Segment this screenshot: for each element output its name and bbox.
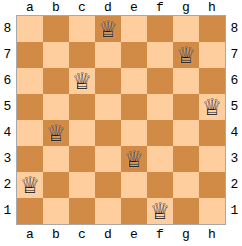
square-c5[interactable] xyxy=(69,94,95,120)
square-f3[interactable] xyxy=(147,146,173,172)
square-c1[interactable] xyxy=(69,198,95,224)
white-queen[interactable]: ♕ xyxy=(72,68,93,94)
square-a5[interactable] xyxy=(17,94,43,120)
square-f5[interactable] xyxy=(147,94,173,120)
square-f8[interactable] xyxy=(147,16,173,42)
white-queen[interactable]: ♕ xyxy=(20,172,41,198)
square-g8[interactable] xyxy=(173,16,199,42)
square-f7[interactable] xyxy=(147,42,173,68)
square-a1[interactable] xyxy=(17,198,43,224)
file-label-top-g: g xyxy=(173,0,199,15)
square-h4[interactable] xyxy=(199,120,225,146)
square-a2[interactable]: ♕ xyxy=(17,172,43,198)
square-f2[interactable] xyxy=(147,172,173,198)
file-label-top-h: h xyxy=(199,0,225,15)
file-label-top-c: c xyxy=(69,0,95,15)
rank-label-left-3: 3 xyxy=(0,146,15,172)
square-h1[interactable] xyxy=(199,198,225,224)
rank-label-left-4: 4 xyxy=(0,120,15,146)
square-b5[interactable] xyxy=(43,94,69,120)
rank-label-right-1: 1 xyxy=(227,198,242,224)
square-e6[interactable] xyxy=(121,68,147,94)
square-e7[interactable] xyxy=(121,42,147,68)
square-h8[interactable] xyxy=(199,16,225,42)
square-d2[interactable] xyxy=(95,172,121,198)
rank-label-right-4: 4 xyxy=(227,120,242,146)
square-f6[interactable] xyxy=(147,68,173,94)
square-c6[interactable]: ♕ xyxy=(69,68,95,94)
square-d5[interactable] xyxy=(95,94,121,120)
square-d4[interactable] xyxy=(95,120,121,146)
rank-label-right-7: 7 xyxy=(227,42,242,68)
file-label-top-a: a xyxy=(17,0,43,15)
square-f4[interactable] xyxy=(147,120,173,146)
square-e4[interactable] xyxy=(121,120,147,146)
white-queen[interactable]: ♕ xyxy=(98,16,119,42)
rank-label-left-1: 1 xyxy=(0,198,15,224)
square-d6[interactable] xyxy=(95,68,121,94)
file-label-top-e: e xyxy=(121,0,147,15)
rank-label-right-6: 6 xyxy=(227,68,242,94)
square-e1[interactable] xyxy=(121,198,147,224)
square-a3[interactable] xyxy=(17,146,43,172)
square-d8[interactable]: ♕ xyxy=(95,16,121,42)
square-c3[interactable] xyxy=(69,146,95,172)
rank-label-left-5: 5 xyxy=(0,94,15,120)
white-queen[interactable]: ♕ xyxy=(202,94,223,120)
rank-label-right-2: 2 xyxy=(227,172,242,198)
square-b1[interactable] xyxy=(43,198,69,224)
rank-label-left-6: 6 xyxy=(0,68,15,94)
file-label-top-b: b xyxy=(43,0,69,15)
rank-label-right-5: 5 xyxy=(227,94,242,120)
chess-board: ♕♕♕♕♕♕♕♕ xyxy=(16,15,226,225)
square-c7[interactable] xyxy=(69,42,95,68)
square-g2[interactable] xyxy=(173,172,199,198)
rank-label-right-3: 3 xyxy=(227,146,242,172)
square-b7[interactable] xyxy=(43,42,69,68)
file-label-bottom-e: e xyxy=(121,225,147,246)
square-b6[interactable] xyxy=(43,68,69,94)
rank-labels-right: 8 7 6 5 4 3 2 1 xyxy=(227,16,242,224)
square-d3[interactable] xyxy=(95,146,121,172)
square-a4[interactable] xyxy=(17,120,43,146)
square-g5[interactable] xyxy=(173,94,199,120)
chess-diagram: a b c d e f g h 8 7 6 5 4 3 2 1 ♕♕♕♕♕♕♕♕… xyxy=(0,0,242,246)
file-label-bottom-b: b xyxy=(43,225,69,246)
square-f1[interactable]: ♕ xyxy=(147,198,173,224)
square-g6[interactable] xyxy=(173,68,199,94)
square-e8[interactable] xyxy=(121,16,147,42)
file-label-bottom-f: f xyxy=(147,225,173,246)
square-b4[interactable]: ♕ xyxy=(43,120,69,146)
file-label-bottom-d: d xyxy=(95,225,121,246)
square-a8[interactable] xyxy=(17,16,43,42)
square-c4[interactable] xyxy=(69,120,95,146)
square-a6[interactable] xyxy=(17,68,43,94)
square-b8[interactable] xyxy=(43,16,69,42)
square-h3[interactable] xyxy=(199,146,225,172)
square-c2[interactable] xyxy=(69,172,95,198)
file-label-bottom-c: c xyxy=(69,225,95,246)
white-queen[interactable]: ♕ xyxy=(46,120,67,146)
square-g4[interactable] xyxy=(173,120,199,146)
rank-label-left-7: 7 xyxy=(0,42,15,68)
file-labels-bottom: a b c d e f g h xyxy=(17,225,225,246)
square-d1[interactable] xyxy=(95,198,121,224)
square-c8[interactable] xyxy=(69,16,95,42)
square-h5[interactable]: ♕ xyxy=(199,94,225,120)
white-queen[interactable]: ♕ xyxy=(176,42,197,68)
square-e2[interactable] xyxy=(121,172,147,198)
square-d7[interactable] xyxy=(95,42,121,68)
file-labels-top: a b c d e f g h xyxy=(17,0,225,15)
file-label-top-f: f xyxy=(147,0,173,15)
rank-label-right-8: 8 xyxy=(227,16,242,42)
square-g7[interactable]: ♕ xyxy=(173,42,199,68)
square-h6[interactable] xyxy=(199,68,225,94)
white-queen[interactable]: ♕ xyxy=(150,198,171,224)
square-a7[interactable] xyxy=(17,42,43,68)
file-label-bottom-a: a xyxy=(17,225,43,246)
file-label-top-d: d xyxy=(95,0,121,15)
square-g1[interactable] xyxy=(173,198,199,224)
white-queen[interactable]: ♕ xyxy=(124,146,145,172)
square-h7[interactable] xyxy=(199,42,225,68)
rank-label-left-2: 2 xyxy=(0,172,15,198)
square-e3[interactable]: ♕ xyxy=(121,146,147,172)
square-b2[interactable] xyxy=(43,172,69,198)
file-label-bottom-h: h xyxy=(199,225,225,246)
rank-labels-left: 8 7 6 5 4 3 2 1 xyxy=(0,16,15,224)
rank-label-left-8: 8 xyxy=(0,16,15,42)
square-b3[interactable] xyxy=(43,146,69,172)
square-e5[interactable] xyxy=(121,94,147,120)
file-label-bottom-g: g xyxy=(173,225,199,246)
square-g3[interactable] xyxy=(173,146,199,172)
square-h2[interactable] xyxy=(199,172,225,198)
